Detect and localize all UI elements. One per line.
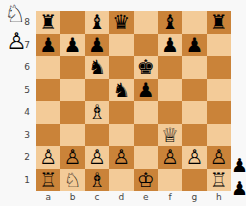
white-pawn[interactable]: ♙: [36, 146, 60, 169]
square-f7[interactable]: ♟: [158, 34, 182, 57]
square-h5[interactable]: [207, 79, 231, 102]
square-c6[interactable]: ♞: [85, 56, 109, 79]
black-pawn[interactable]: ♟: [158, 34, 182, 57]
square-d1[interactable]: [109, 169, 133, 192]
white-queen[interactable]: ♕: [158, 124, 182, 147]
white-knight[interactable]: ♘: [60, 169, 84, 192]
square-b1[interactable]: ♘: [60, 169, 84, 192]
file-label-d: d: [109, 190, 133, 204]
square-h7[interactable]: [207, 34, 231, 57]
square-e8[interactable]: [134, 11, 158, 34]
white-pawn[interactable]: ♙: [109, 146, 133, 169]
square-e5[interactable]: ♟: [134, 79, 158, 102]
captured-black-pawn: ♟: [231, 176, 246, 200]
black-bishop[interactable]: ♝: [85, 11, 109, 34]
square-b7[interactable]: ♟: [60, 34, 84, 57]
square-b2[interactable]: ♙: [60, 146, 84, 169]
square-d3[interactable]: [109, 124, 133, 147]
square-d8[interactable]: ♛: [109, 11, 133, 34]
square-b3[interactable]: [60, 124, 84, 147]
file-label-h: h: [207, 190, 231, 204]
square-e1[interactable]: ♔: [134, 169, 158, 192]
square-g1[interactable]: [182, 169, 206, 192]
square-c2[interactable]: ♙: [85, 146, 109, 169]
captured-white-knight: ♘: [4, 0, 26, 28]
square-h4[interactable]: [207, 101, 231, 124]
square-c3[interactable]: [85, 124, 109, 147]
black-pawn[interactable]: ♟: [134, 79, 158, 102]
file-label-c: c: [85, 190, 109, 204]
black-rook[interactable]: ♜: [207, 11, 231, 34]
black-knight[interactable]: ♞: [85, 56, 109, 79]
square-b6[interactable]: [60, 56, 84, 79]
file-label-b: b: [60, 190, 84, 204]
square-a2[interactable]: ♙: [36, 146, 60, 169]
black-knight[interactable]: ♞: [109, 79, 133, 102]
square-g4[interactable]: [182, 101, 206, 124]
black-bishop[interactable]: ♝: [158, 11, 182, 34]
rank-label-5: 5: [20, 79, 34, 102]
square-g7[interactable]: ♟: [182, 34, 206, 57]
black-pawn[interactable]: ♟: [36, 34, 60, 57]
square-c7[interactable]: ♟: [85, 34, 109, 57]
square-c8[interactable]: ♝: [85, 11, 109, 34]
rank-label-3: 3: [20, 124, 34, 147]
white-rook[interactable]: ♖: [207, 169, 231, 192]
square-c5[interactable]: [85, 79, 109, 102]
black-king[interactable]: ♚: [134, 56, 158, 79]
square-f5[interactable]: [158, 79, 182, 102]
square-a4[interactable]: [36, 101, 60, 124]
square-f2[interactable]: ♙: [158, 146, 182, 169]
black-pawn[interactable]: ♟: [60, 34, 84, 57]
white-rook[interactable]: ♖: [36, 169, 60, 192]
square-c1[interactable]: ♗: [85, 169, 109, 192]
square-a8[interactable]: ♜: [36, 11, 60, 34]
square-g5[interactable]: [182, 79, 206, 102]
rank-label-6: 6: [20, 56, 34, 79]
square-d6[interactable]: [109, 56, 133, 79]
white-pawn[interactable]: ♙: [85, 146, 109, 169]
white-pawn[interactable]: ♙: [158, 146, 182, 169]
rank-label-4: 4: [20, 101, 34, 124]
chess-diagram: 87654321 ♜♝♛♝♜♟♟♟♟♟♞♚♞♟♗♕♙♙♙♙♙♙♙♖♘♗♔♖ ab…: [0, 0, 246, 206]
square-f4[interactable]: [158, 101, 182, 124]
black-rook[interactable]: ♜: [36, 11, 60, 34]
square-f8[interactable]: ♝: [158, 11, 182, 34]
square-e3[interactable]: [134, 124, 158, 147]
square-h3[interactable]: [207, 124, 231, 147]
white-bishop[interactable]: ♗: [85, 169, 109, 192]
square-d2[interactable]: ♙: [109, 146, 133, 169]
square-e2[interactable]: [134, 146, 158, 169]
square-b8[interactable]: [60, 11, 84, 34]
square-a7[interactable]: ♟: [36, 34, 60, 57]
white-king[interactable]: ♔: [134, 169, 158, 192]
file-label-e: e: [134, 190, 158, 204]
square-b5[interactable]: [60, 79, 84, 102]
square-e7[interactable]: [134, 34, 158, 57]
white-pawn[interactable]: ♙: [207, 146, 231, 169]
file-labels: abcdefgh: [36, 190, 231, 204]
square-d5[interactable]: ♞: [109, 79, 133, 102]
square-a6[interactable]: [36, 56, 60, 79]
square-h2[interactable]: ♙: [207, 146, 231, 169]
square-a3[interactable]: [36, 124, 60, 147]
black-pawn[interactable]: ♟: [182, 34, 206, 57]
square-a1[interactable]: ♖: [36, 169, 60, 192]
square-g3[interactable]: [182, 124, 206, 147]
square-h6[interactable]: [207, 56, 231, 79]
white-bishop[interactable]: ♗: [85, 101, 109, 124]
square-h1[interactable]: ♖: [207, 169, 231, 192]
file-label-g: g: [182, 190, 206, 204]
captured-black-pawn: ♟: [231, 153, 246, 177]
white-pawn[interactable]: ♙: [60, 146, 84, 169]
chess-board: ♜♝♛♝♜♟♟♟♟♟♞♚♞♟♗♕♙♙♙♙♙♙♙♖♘♗♔♖: [36, 11, 231, 191]
square-b4[interactable]: [60, 101, 84, 124]
square-f3[interactable]: ♕: [158, 124, 182, 147]
file-label-f: f: [158, 190, 182, 204]
square-g8[interactable]: [182, 11, 206, 34]
square-e4[interactable]: [134, 101, 158, 124]
square-f6[interactable]: [158, 56, 182, 79]
white-pawn[interactable]: ♙: [182, 146, 206, 169]
file-label-a: a: [36, 190, 60, 204]
square-g6[interactable]: [182, 56, 206, 79]
square-c4[interactable]: ♗: [85, 101, 109, 124]
captured-white-pawn: ♙: [6, 27, 27, 55]
square-g2[interactable]: ♙: [182, 146, 206, 169]
square-h8[interactable]: ♜: [207, 11, 231, 34]
rank-label-2: 2: [20, 146, 34, 169]
square-d4[interactable]: [109, 101, 133, 124]
black-pawn[interactable]: ♟: [85, 34, 109, 57]
square-f1[interactable]: [158, 169, 182, 192]
square-e6[interactable]: ♚: [134, 56, 158, 79]
rank-label-1: 1: [20, 169, 34, 192]
square-a5[interactable]: [36, 79, 60, 102]
black-queen[interactable]: ♛: [109, 11, 133, 34]
square-d7[interactable]: [109, 34, 133, 57]
